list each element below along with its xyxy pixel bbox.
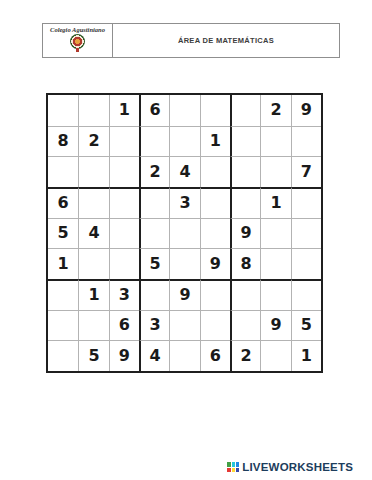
sudoku-cell-r3c8[interactable] [260,156,290,187]
sudoku-cell-r2c5[interactable] [169,126,199,157]
sudoku-cell-r5c8[interactable] [260,218,290,249]
sudoku-cell-r7c4[interactable] [139,279,169,310]
sudoku-cell-r9c9: 1 [291,340,321,371]
sudoku-cell-r1c4: 6 [139,95,169,126]
sudoku-cell-r1c5[interactable] [169,95,199,126]
sudoku-cell-r5c6[interactable] [200,218,230,249]
sudoku-cell-r3c1[interactable] [48,156,78,187]
subject-title: ÁREA DE MATEMÁTICAS [178,36,274,45]
sudoku-cell-r7c3: 3 [109,279,139,310]
sudoku-cell-r7c1[interactable] [48,279,78,310]
sudoku-cell-r2c2: 2 [78,126,108,157]
sudoku-cell-r3c9: 7 [291,156,321,187]
sudoku-cell-r8c9: 5 [291,310,321,341]
sudoku-cell-r5c4[interactable] [139,218,169,249]
sudoku-cell-r5c1: 5 [48,218,78,249]
sudoku-cell-r3c4: 2 [139,156,169,187]
sudoku-cell-r1c1[interactable] [48,95,78,126]
sudoku-cell-r8c4: 3 [139,310,169,341]
sudoku-cell-r2c7[interactable] [230,126,260,157]
sudoku-cell-r6c1: 1 [48,248,78,279]
sudoku-cell-r8c2[interactable] [78,310,108,341]
sudoku-cell-r2c3[interactable] [109,126,139,157]
sudoku-cell-r4c7[interactable] [230,187,260,218]
sudoku-cell-r6c5[interactable] [169,248,199,279]
sudoku-cell-r9c2: 5 [78,340,108,371]
sudoku-cell-r2c6: 1 [200,126,230,157]
sudoku-cell-r9c1[interactable] [48,340,78,371]
sudoku-cell-r6c6: 9 [200,248,230,279]
subject-cell: ÁREA DE MATEMÁTICAS [113,24,339,57]
sudoku-cell-r3c2[interactable] [78,156,108,187]
sudoku-cell-r4c5: 3 [169,187,199,218]
sudoku-cell-r3c5: 4 [169,156,199,187]
liveworksheets-logo-icon [227,462,239,472]
sudoku-cell-r3c3[interactable] [109,156,139,187]
sudoku-cell-r9c3: 9 [109,340,139,371]
sudoku-cell-r1c8: 2 [260,95,290,126]
sudoku-cell-r8c1[interactable] [48,310,78,341]
sudoku-cell-r2c4[interactable] [139,126,169,157]
sudoku-cell-r4c1: 6 [48,187,78,218]
sudoku-cell-r1c7[interactable] [230,95,260,126]
sudoku-cell-r3c6[interactable] [200,156,230,187]
sudoku-cell-r1c3: 1 [109,95,139,126]
sudoku-cell-r7c2: 1 [78,279,108,310]
sudoku-cell-r6c8[interactable] [260,248,290,279]
sudoku-cell-r7c5: 9 [169,279,199,310]
sudoku-cell-r7c9[interactable] [291,279,321,310]
sudoku-cell-r4c8: 1 [260,187,290,218]
sudoku-cell-r4c4[interactable] [139,187,169,218]
sudoku-cell-r9c4: 4 [139,340,169,371]
header-table: Colegio Agustiniano ÁREA DE MATEMÁTICAS [42,23,340,58]
sudoku-cell-r5c3[interactable] [109,218,139,249]
sudoku-cell-r8c3: 6 [109,310,139,341]
sudoku-cell-r8c7[interactable] [230,310,260,341]
sudoku-cell-r5c7: 9 [230,218,260,249]
sudoku-cell-r6c7: 8 [230,248,260,279]
sudoku-cell-r3c7[interactable] [230,156,260,187]
sudoku-cell-r4c3[interactable] [109,187,139,218]
sudoku-cell-r7c7[interactable] [230,279,260,310]
sudoku-cell-r5c5[interactable] [169,218,199,249]
school-crest-icon [70,34,85,49]
sudoku-cell-r1c9: 9 [291,95,321,126]
sudoku-cell-r9c5[interactable] [169,340,199,371]
school-name: Colegio Agustiniano [50,26,105,33]
sudoku-cell-r4c2[interactable] [78,187,108,218]
sudoku-cell-r8c6[interactable] [200,310,230,341]
sudoku-cell-r9c6: 6 [200,340,230,371]
sudoku-cell-r8c8: 9 [260,310,290,341]
sudoku-cell-r6c3[interactable] [109,248,139,279]
sudoku-cell-r9c8[interactable] [260,340,290,371]
sudoku-cell-r5c9[interactable] [291,218,321,249]
sudoku-cell-r4c9[interactable] [291,187,321,218]
sudoku-cell-r4c6[interactable] [200,187,230,218]
sudoku-cell-r1c2[interactable] [78,95,108,126]
sudoku-cell-r9c7: 2 [230,340,260,371]
sudoku-board: 162982124763154915981396395594621 [46,93,323,373]
worksheet-page: { "game": "sudoku", "position": "..16...… [0,0,372,480]
sudoku-cell-r2c1: 8 [48,126,78,157]
liveworksheets-wordmark: LIVEWORKSHEETS [242,461,353,473]
sudoku-cell-r5c2: 4 [78,218,108,249]
sudoku-cell-r8c5[interactable] [169,310,199,341]
sudoku-cell-r7c8[interactable] [260,279,290,310]
sudoku-cell-r6c9[interactable] [291,248,321,279]
sudoku-cell-r6c4: 5 [139,248,169,279]
liveworksheets-brand[interactable]: LIVEWORKSHEETS [227,461,353,473]
school-cell: Colegio Agustiniano [43,24,113,57]
sudoku-cell-r2c8[interactable] [260,126,290,157]
sudoku-cell-r1c6[interactable] [200,95,230,126]
sudoku-cell-r2c9[interactable] [291,126,321,157]
sudoku-cell-r6c2[interactable] [78,248,108,279]
sudoku-cell-r7c6[interactable] [200,279,230,310]
